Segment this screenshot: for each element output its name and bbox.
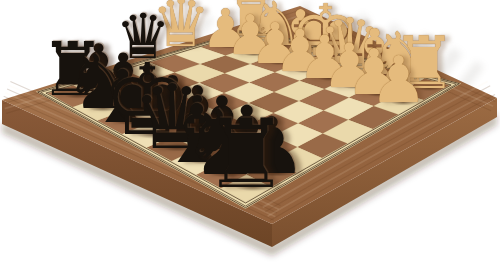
- chess-board: [0, 0, 500, 270]
- chess-set-photo: ♜♞♛♟♝♟♛♚♟♛♟♝♟♞♟♟♜♟♜♟♟♞♟♝♟♚♟♛♟♟♝♟♞♜: [0, 0, 500, 270]
